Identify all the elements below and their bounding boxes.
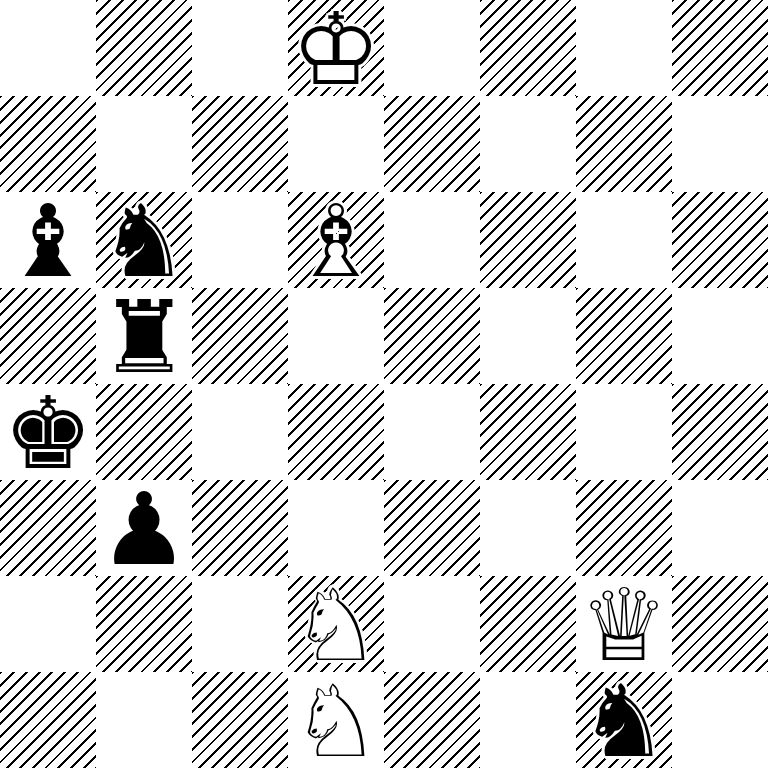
square-h4[interactable] (672, 384, 768, 480)
square-f1[interactable] (480, 672, 576, 768)
square-a6[interactable]: ♝♝ (0, 192, 96, 288)
square-e8[interactable] (384, 0, 480, 96)
piece-white-queen[interactable]: ♕ (576, 578, 672, 672)
square-c4[interactable] (192, 384, 288, 480)
piece-black-king[interactable]: ♚ (0, 386, 96, 480)
square-h7[interactable] (672, 96, 768, 192)
square-c8[interactable] (192, 0, 288, 96)
square-h6[interactable] (672, 192, 768, 288)
square-d1[interactable]: ♞♘ (288, 672, 384, 768)
square-d8[interactable]: ♚♔ (288, 0, 384, 96)
square-b2[interactable] (96, 576, 192, 672)
square-h2[interactable] (672, 576, 768, 672)
square-f6[interactable] (480, 192, 576, 288)
square-a1[interactable] (0, 672, 96, 768)
square-g4[interactable] (576, 384, 672, 480)
square-h1[interactable] (672, 672, 768, 768)
square-d6[interactable]: ♝♗ (288, 192, 384, 288)
square-b6[interactable]: ♞♞ (96, 192, 192, 288)
piece-black-rook[interactable]: ♜ (96, 290, 192, 384)
square-f5[interactable] (480, 288, 576, 384)
square-e4[interactable] (384, 384, 480, 480)
square-g6[interactable] (576, 192, 672, 288)
piece-white-knight[interactable]: ♘ (288, 578, 384, 672)
piece-white-bishop[interactable]: ♗ (288, 194, 384, 288)
square-f4[interactable] (480, 384, 576, 480)
square-h3[interactable] (672, 480, 768, 576)
square-e5[interactable] (384, 288, 480, 384)
square-g2[interactable]: ♛♕ (576, 576, 672, 672)
square-f8[interactable] (480, 0, 576, 96)
square-d4[interactable] (288, 384, 384, 480)
square-b4[interactable] (96, 384, 192, 480)
square-h5[interactable] (672, 288, 768, 384)
chess-board: ♚♔♝♝♞♞♝♗♜♜♚♚♟♟♞♘♛♕♞♘♞♞ (0, 0, 768, 768)
square-d2[interactable]: ♞♘ (288, 576, 384, 672)
square-c1[interactable] (192, 672, 288, 768)
square-b5[interactable]: ♜♜ (96, 288, 192, 384)
piece-black-knight[interactable]: ♞ (576, 674, 672, 768)
square-h8[interactable] (672, 0, 768, 96)
square-e1[interactable] (384, 672, 480, 768)
square-d3[interactable] (288, 480, 384, 576)
square-a5[interactable] (0, 288, 96, 384)
square-b8[interactable] (96, 0, 192, 96)
square-c3[interactable] (192, 480, 288, 576)
square-e2[interactable] (384, 576, 480, 672)
square-b7[interactable] (96, 96, 192, 192)
piece-black-knight[interactable]: ♞ (96, 194, 192, 288)
square-c2[interactable] (192, 576, 288, 672)
square-g7[interactable] (576, 96, 672, 192)
square-a8[interactable] (0, 0, 96, 96)
square-a4[interactable]: ♚♚ (0, 384, 96, 480)
piece-white-knight[interactable]: ♘ (288, 674, 384, 768)
square-c5[interactable] (192, 288, 288, 384)
square-b1[interactable] (96, 672, 192, 768)
square-c6[interactable] (192, 192, 288, 288)
square-b3[interactable]: ♟♟ (96, 480, 192, 576)
square-g1[interactable]: ♞♞ (576, 672, 672, 768)
square-d7[interactable] (288, 96, 384, 192)
square-e6[interactable] (384, 192, 480, 288)
square-e7[interactable] (384, 96, 480, 192)
square-f3[interactable] (480, 480, 576, 576)
square-f2[interactable] (480, 576, 576, 672)
piece-white-king[interactable]: ♔ (288, 2, 384, 96)
square-c7[interactable] (192, 96, 288, 192)
square-a7[interactable] (0, 96, 96, 192)
square-g3[interactable] (576, 480, 672, 576)
square-g8[interactable] (576, 0, 672, 96)
square-a2[interactable] (0, 576, 96, 672)
piece-black-pawn[interactable]: ♟ (96, 482, 192, 576)
square-e3[interactable] (384, 480, 480, 576)
square-f7[interactable] (480, 96, 576, 192)
square-d5[interactable] (288, 288, 384, 384)
piece-black-bishop[interactable]: ♝ (0, 194, 96, 288)
square-g5[interactable] (576, 288, 672, 384)
square-a3[interactable] (0, 480, 96, 576)
